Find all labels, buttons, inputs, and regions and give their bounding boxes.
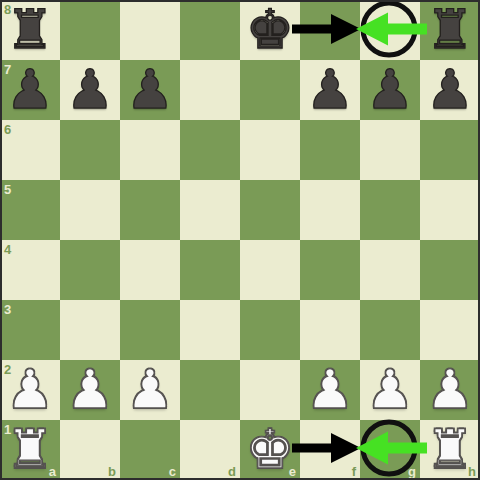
file-label-g: g bbox=[408, 465, 416, 478]
black-rook[interactable]: ♜ bbox=[0, 0, 60, 60]
square-d6[interactable] bbox=[180, 120, 240, 180]
white-king[interactable]: ♚ bbox=[240, 420, 300, 480]
white-pawn[interactable]: ♟ bbox=[60, 360, 120, 420]
square-a1[interactable]: 1a♜ bbox=[0, 420, 60, 480]
file-label-f: f bbox=[352, 465, 356, 478]
rank-label-8: 8 bbox=[4, 3, 11, 16]
square-e3[interactable] bbox=[240, 300, 300, 360]
square-g2[interactable]: ♟ bbox=[360, 360, 420, 420]
square-e7[interactable] bbox=[240, 60, 300, 120]
square-a6[interactable]: 6 bbox=[0, 120, 60, 180]
square-c8[interactable] bbox=[120, 0, 180, 60]
square-d4[interactable] bbox=[180, 240, 240, 300]
square-e1[interactable]: e♚ bbox=[240, 420, 300, 480]
black-pawn[interactable]: ♟ bbox=[60, 60, 120, 120]
square-f2[interactable]: ♟ bbox=[300, 360, 360, 420]
square-f8[interactable] bbox=[300, 0, 360, 60]
white-pawn[interactable]: ♟ bbox=[0, 360, 60, 420]
square-a8[interactable]: 8♜ bbox=[0, 0, 60, 60]
square-d3[interactable] bbox=[180, 300, 240, 360]
black-pawn[interactable]: ♟ bbox=[300, 60, 360, 120]
square-h2[interactable]: ♟ bbox=[420, 360, 480, 420]
square-h8[interactable]: ♜ bbox=[420, 0, 480, 60]
square-d8[interactable] bbox=[180, 0, 240, 60]
white-pawn[interactable]: ♟ bbox=[420, 360, 480, 420]
rank-label-1: 1 bbox=[4, 423, 11, 436]
square-h3[interactable] bbox=[420, 300, 480, 360]
square-f3[interactable] bbox=[300, 300, 360, 360]
square-g5[interactable] bbox=[360, 180, 420, 240]
square-f7[interactable]: ♟ bbox=[300, 60, 360, 120]
square-c6[interactable] bbox=[120, 120, 180, 180]
square-f6[interactable] bbox=[300, 120, 360, 180]
square-g4[interactable] bbox=[360, 240, 420, 300]
square-g6[interactable] bbox=[360, 120, 420, 180]
square-a2[interactable]: 2♟ bbox=[0, 360, 60, 420]
rank-label-3: 3 bbox=[4, 303, 11, 316]
white-pawn[interactable]: ♟ bbox=[360, 360, 420, 420]
square-e8[interactable]: ♚ bbox=[240, 0, 300, 60]
white-rook[interactable]: ♜ bbox=[420, 420, 480, 480]
square-c7[interactable]: ♟ bbox=[120, 60, 180, 120]
chess-board-wrap: 8♜♚♜7♟♟♟♟♟♟65432♟♟♟♟♟♟1a♜bcde♚fgh♜ bbox=[0, 0, 480, 480]
square-b8[interactable] bbox=[60, 0, 120, 60]
square-g3[interactable] bbox=[360, 300, 420, 360]
square-e5[interactable] bbox=[240, 180, 300, 240]
file-label-h: h bbox=[468, 465, 476, 478]
square-d5[interactable] bbox=[180, 180, 240, 240]
file-label-c: c bbox=[169, 465, 176, 478]
square-f5[interactable] bbox=[300, 180, 360, 240]
square-d1[interactable]: d bbox=[180, 420, 240, 480]
square-g1[interactable]: g bbox=[360, 420, 420, 480]
square-e6[interactable] bbox=[240, 120, 300, 180]
square-h6[interactable] bbox=[420, 120, 480, 180]
square-b6[interactable] bbox=[60, 120, 120, 180]
square-a7[interactable]: 7♟ bbox=[0, 60, 60, 120]
rank-label-6: 6 bbox=[4, 123, 11, 136]
square-h5[interactable] bbox=[420, 180, 480, 240]
white-rook[interactable]: ♜ bbox=[0, 420, 60, 480]
square-b5[interactable] bbox=[60, 180, 120, 240]
file-label-e: e bbox=[289, 465, 296, 478]
rank-label-4: 4 bbox=[4, 243, 11, 256]
square-f4[interactable] bbox=[300, 240, 360, 300]
black-pawn[interactable]: ♟ bbox=[420, 60, 480, 120]
square-c5[interactable] bbox=[120, 180, 180, 240]
file-label-b: b bbox=[108, 465, 116, 478]
square-g7[interactable]: ♟ bbox=[360, 60, 420, 120]
square-g8[interactable] bbox=[360, 0, 420, 60]
black-king[interactable]: ♚ bbox=[240, 0, 300, 60]
square-a3[interactable]: 3 bbox=[0, 300, 60, 360]
square-e2[interactable] bbox=[240, 360, 300, 420]
file-label-a: a bbox=[49, 465, 56, 478]
square-c3[interactable] bbox=[120, 300, 180, 360]
square-h1[interactable]: h♜ bbox=[420, 420, 480, 480]
white-pawn[interactable]: ♟ bbox=[300, 360, 360, 420]
black-pawn[interactable]: ♟ bbox=[120, 60, 180, 120]
black-rook[interactable]: ♜ bbox=[420, 0, 480, 60]
square-a5[interactable]: 5 bbox=[0, 180, 60, 240]
square-h7[interactable]: ♟ bbox=[420, 60, 480, 120]
square-d7[interactable] bbox=[180, 60, 240, 120]
square-f1[interactable]: f bbox=[300, 420, 360, 480]
rank-label-5: 5 bbox=[4, 183, 11, 196]
square-c4[interactable] bbox=[120, 240, 180, 300]
square-a4[interactable]: 4 bbox=[0, 240, 60, 300]
square-c2[interactable]: ♟ bbox=[120, 360, 180, 420]
square-b1[interactable]: b bbox=[60, 420, 120, 480]
chess-board[interactable]: 8♜♚♜7♟♟♟♟♟♟65432♟♟♟♟♟♟1a♜bcde♚fgh♜ bbox=[0, 0, 480, 480]
square-h4[interactable] bbox=[420, 240, 480, 300]
square-c1[interactable]: c bbox=[120, 420, 180, 480]
white-pawn[interactable]: ♟ bbox=[120, 360, 180, 420]
black-pawn[interactable]: ♟ bbox=[0, 60, 60, 120]
square-b4[interactable] bbox=[60, 240, 120, 300]
square-b2[interactable]: ♟ bbox=[60, 360, 120, 420]
black-pawn[interactable]: ♟ bbox=[360, 60, 420, 120]
rank-label-7: 7 bbox=[4, 63, 11, 76]
square-e4[interactable] bbox=[240, 240, 300, 300]
square-d2[interactable] bbox=[180, 360, 240, 420]
square-b3[interactable] bbox=[60, 300, 120, 360]
rank-label-2: 2 bbox=[4, 363, 11, 376]
square-b7[interactable]: ♟ bbox=[60, 60, 120, 120]
file-label-d: d bbox=[228, 465, 236, 478]
